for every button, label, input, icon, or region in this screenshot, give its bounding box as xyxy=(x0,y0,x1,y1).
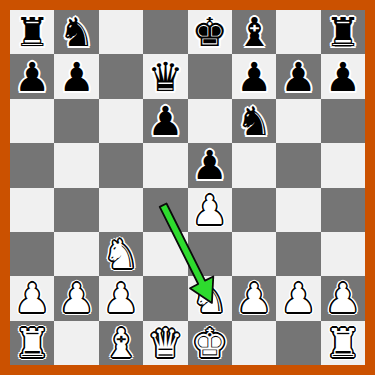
white-rook: ♜ xyxy=(10,321,54,365)
square-e2[interactable]: ♞ xyxy=(188,276,232,320)
square-c2[interactable]: ♟ xyxy=(99,276,143,320)
square-h5[interactable] xyxy=(321,143,365,187)
square-b5[interactable] xyxy=(54,143,98,187)
square-g4[interactable] xyxy=(276,188,320,232)
white-pawn: ♟ xyxy=(188,188,232,232)
square-h6[interactable] xyxy=(321,99,365,143)
square-e1[interactable]: ♚ xyxy=(188,321,232,365)
square-d5[interactable] xyxy=(143,143,187,187)
square-h8[interactable]: ♜ xyxy=(321,10,365,54)
square-a3[interactable] xyxy=(10,232,54,276)
black-pawn: ♟ xyxy=(232,54,276,98)
square-a8[interactable]: ♜ xyxy=(10,10,54,54)
black-pawn: ♟ xyxy=(54,54,98,98)
square-e8[interactable]: ♚ xyxy=(188,10,232,54)
square-d6[interactable]: ♟ xyxy=(143,99,187,143)
square-a6[interactable] xyxy=(10,99,54,143)
square-c4[interactable] xyxy=(99,188,143,232)
white-pawn: ♟ xyxy=(99,276,143,320)
square-f3[interactable] xyxy=(232,232,276,276)
square-e5[interactable]: ♟ xyxy=(188,143,232,187)
square-c7[interactable] xyxy=(99,54,143,98)
board-frame: ♜♞♚♝♜♟♟♛♟♟♟♟♞♟♟♞♟♟♟♞♟♟♟♜♝♛♚♜ xyxy=(0,0,375,375)
square-f5[interactable] xyxy=(232,143,276,187)
square-c6[interactable] xyxy=(99,99,143,143)
square-b6[interactable] xyxy=(54,99,98,143)
white-pawn: ♟ xyxy=(54,276,98,320)
black-pawn: ♟ xyxy=(321,54,365,98)
white-bishop: ♝ xyxy=(99,321,143,365)
black-pawn: ♟ xyxy=(143,99,187,143)
square-g3[interactable] xyxy=(276,232,320,276)
black-rook: ♜ xyxy=(10,10,54,54)
square-h4[interactable] xyxy=(321,188,365,232)
black-queen: ♛ xyxy=(143,54,187,98)
square-g7[interactable]: ♟ xyxy=(276,54,320,98)
square-a4[interactable] xyxy=(10,188,54,232)
square-e6[interactable] xyxy=(188,99,232,143)
square-g2[interactable]: ♟ xyxy=(276,276,320,320)
chess-board: ♜♞♚♝♜♟♟♛♟♟♟♟♞♟♟♞♟♟♟♞♟♟♟♜♝♛♚♜ xyxy=(10,10,365,365)
square-c3[interactable]: ♞ xyxy=(99,232,143,276)
square-b3[interactable] xyxy=(54,232,98,276)
white-pawn: ♟ xyxy=(232,276,276,320)
square-a7[interactable]: ♟ xyxy=(10,54,54,98)
square-g1[interactable] xyxy=(276,321,320,365)
square-b7[interactable]: ♟ xyxy=(54,54,98,98)
square-h7[interactable]: ♟ xyxy=(321,54,365,98)
square-f8[interactable]: ♝ xyxy=(232,10,276,54)
square-g6[interactable] xyxy=(276,99,320,143)
white-knight: ♞ xyxy=(99,232,143,276)
square-e3[interactable] xyxy=(188,232,232,276)
square-g5[interactable] xyxy=(276,143,320,187)
square-b1[interactable] xyxy=(54,321,98,365)
black-rook: ♜ xyxy=(321,10,365,54)
white-rook: ♜ xyxy=(321,321,365,365)
white-pawn: ♟ xyxy=(10,276,54,320)
square-f1[interactable] xyxy=(232,321,276,365)
white-pawn: ♟ xyxy=(321,276,365,320)
square-b4[interactable] xyxy=(54,188,98,232)
black-pawn: ♟ xyxy=(188,143,232,187)
square-h2[interactable]: ♟ xyxy=(321,276,365,320)
black-pawn: ♟ xyxy=(10,54,54,98)
square-d3[interactable] xyxy=(143,232,187,276)
white-queen: ♛ xyxy=(143,321,187,365)
black-bishop: ♝ xyxy=(232,10,276,54)
white-knight: ♞ xyxy=(188,276,232,320)
square-f7[interactable]: ♟ xyxy=(232,54,276,98)
black-knight: ♞ xyxy=(232,99,276,143)
square-h3[interactable] xyxy=(321,232,365,276)
square-d2[interactable] xyxy=(143,276,187,320)
square-d1[interactable]: ♛ xyxy=(143,321,187,365)
square-c1[interactable]: ♝ xyxy=(99,321,143,365)
black-king: ♚ xyxy=(188,10,232,54)
square-e7[interactable] xyxy=(188,54,232,98)
white-king: ♚ xyxy=(188,321,232,365)
white-pawn: ♟ xyxy=(276,276,320,320)
square-c8[interactable] xyxy=(99,10,143,54)
square-a5[interactable] xyxy=(10,143,54,187)
square-h1[interactable]: ♜ xyxy=(321,321,365,365)
square-d4[interactable] xyxy=(143,188,187,232)
square-e4[interactable]: ♟ xyxy=(188,188,232,232)
square-d7[interactable]: ♛ xyxy=(143,54,187,98)
square-d8[interactable] xyxy=(143,10,187,54)
black-knight: ♞ xyxy=(54,10,98,54)
black-pawn: ♟ xyxy=(276,54,320,98)
square-f2[interactable]: ♟ xyxy=(232,276,276,320)
square-g8[interactable] xyxy=(276,10,320,54)
square-f6[interactable]: ♞ xyxy=(232,99,276,143)
square-a2[interactable]: ♟ xyxy=(10,276,54,320)
square-f4[interactable] xyxy=(232,188,276,232)
square-c5[interactable] xyxy=(99,143,143,187)
square-b8[interactable]: ♞ xyxy=(54,10,98,54)
square-b2[interactable]: ♟ xyxy=(54,276,98,320)
square-a1[interactable]: ♜ xyxy=(10,321,54,365)
